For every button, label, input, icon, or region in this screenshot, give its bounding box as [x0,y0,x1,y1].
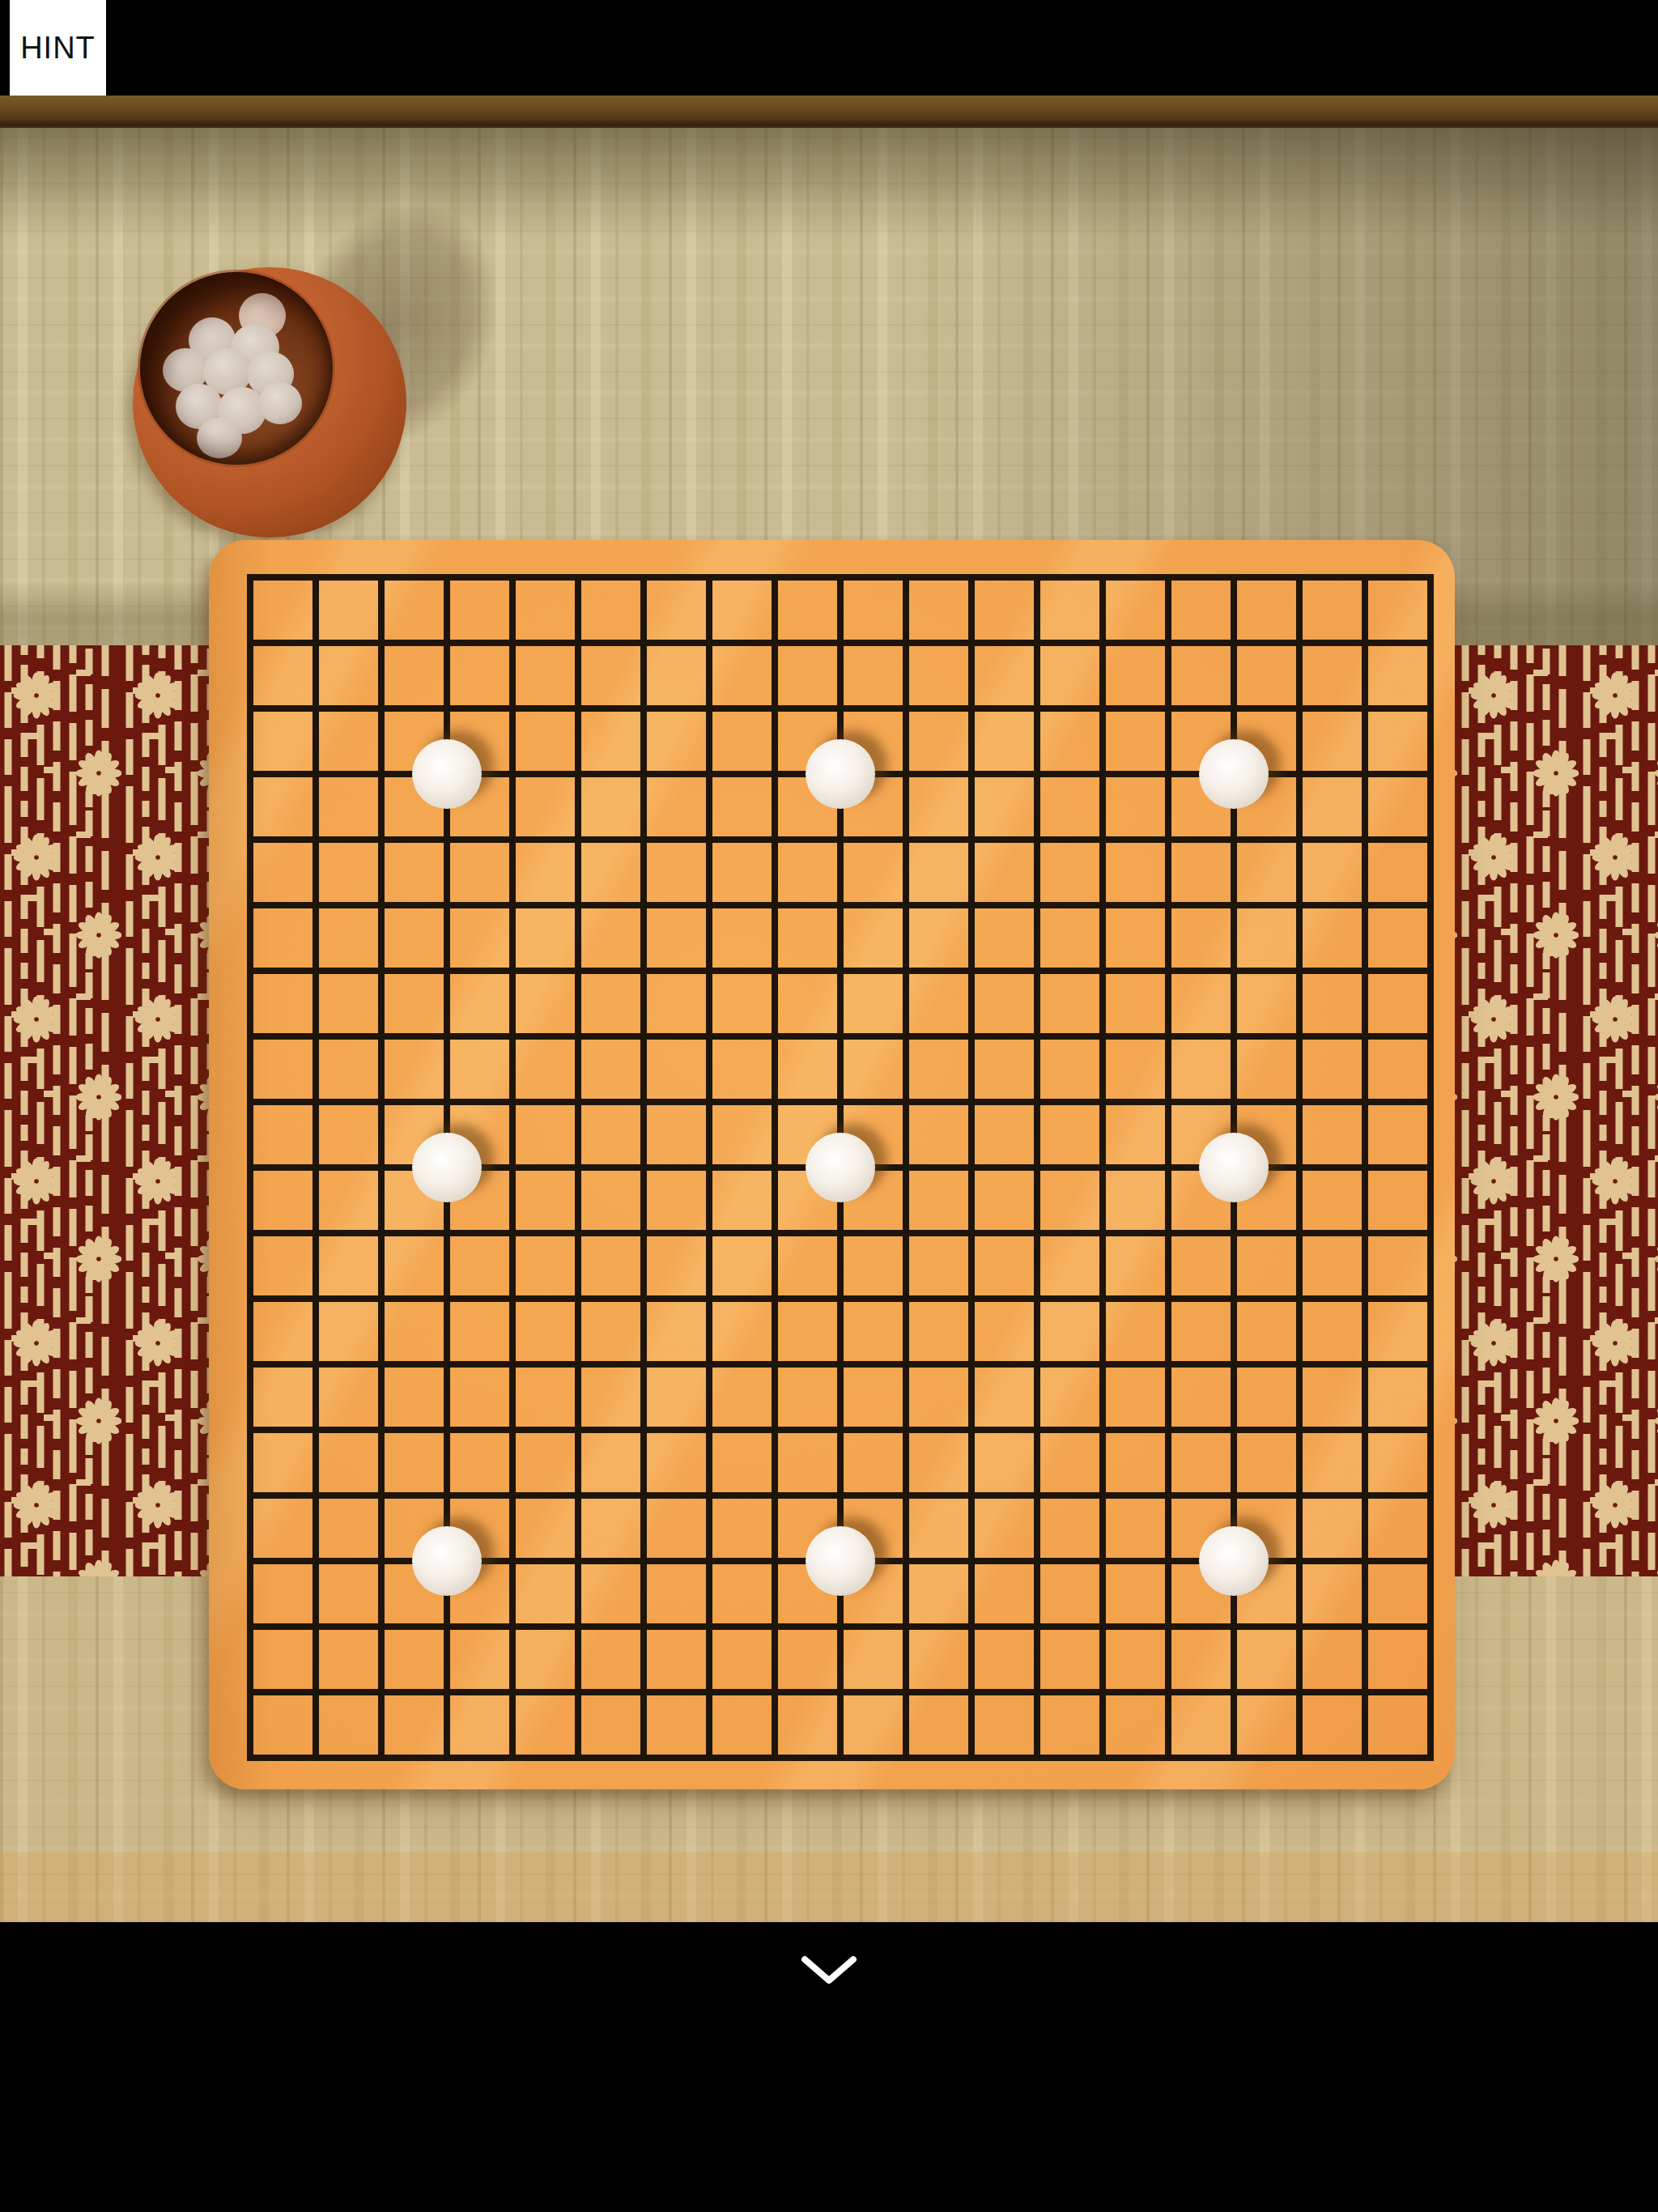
go-stone-white [806,739,875,809]
go-stone-white [806,1133,875,1202]
go-stone-white [412,739,482,809]
go-stone-white [412,1133,482,1202]
bowl-opening [140,272,333,465]
top-bar [0,0,1658,96]
wood-baseboard [0,96,1658,128]
go-stone-white [1199,739,1269,809]
go-stone-white [806,1526,875,1596]
hint-button[interactable]: HINT [10,0,106,96]
bottom-bar [0,1922,1658,2212]
hint-button-label: HINT [20,31,96,66]
go-stone-white [412,1526,482,1596]
tatami-bottom-strip [0,1853,1658,1922]
go-stone-white [1199,1526,1269,1596]
chevron-down-icon[interactable] [798,1953,860,1989]
go-stone-white [1199,1133,1269,1202]
stones-layer [247,574,1434,1761]
go-stone-bowl[interactable] [133,267,406,538]
bowl-inner-shadow [140,272,333,465]
go-board[interactable] [209,540,1455,1789]
